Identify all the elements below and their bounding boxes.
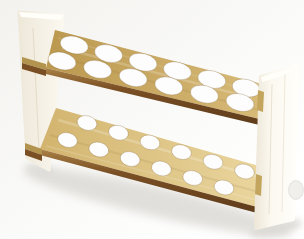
bottom-shelf-through-tenon <box>255 174 262 196</box>
right-panel-face <box>256 66 297 228</box>
photo-stage: Empty two-tier wooden test tube rack wit… <box>0 0 304 239</box>
top-shelf-through-tenon <box>257 90 264 112</box>
test-tube-rack-image <box>0 0 304 239</box>
finger-hole-notch <box>289 181 304 200</box>
